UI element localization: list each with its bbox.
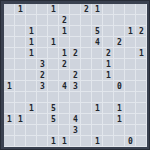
cell-r0c5-empty[interactable]: [59, 4, 70, 15]
cell-r10c8-empty[interactable]: [92, 114, 103, 125]
cell-r5c6-empty[interactable]: [70, 59, 81, 70]
cell-r9c11-empty[interactable]: [125, 103, 136, 114]
cell-r12c6-empty[interactable]: [70, 136, 81, 147]
cell-r6c1-empty[interactable]: [15, 70, 26, 81]
cell-r10c2-empty[interactable]: [26, 114, 37, 125]
cell-r4c5-clue[interactable]: 1: [59, 48, 70, 59]
puzzle-frame: 1121211512114211221321221134301511115413…: [0, 0, 150, 150]
cell-r2c4-empty[interactable]: [48, 26, 59, 37]
cell-r7c6-clue[interactable]: 3: [70, 81, 81, 92]
cell-r2c10-empty[interactable]: [114, 26, 125, 37]
cell-r4c9-clue[interactable]: 2: [103, 48, 114, 59]
cell-r11c8-empty[interactable]: [92, 125, 103, 136]
cell-r12c3-empty[interactable]: [37, 136, 48, 147]
cell-r2c6-empty[interactable]: [70, 26, 81, 37]
cell-r2c11-clue[interactable]: 1: [125, 26, 136, 37]
cell-r7c12-empty[interactable]: [136, 81, 147, 92]
cell-r4c2-clue[interactable]: 1: [26, 48, 37, 59]
cell-r5c9-clue[interactable]: 1: [103, 59, 114, 70]
cell-r11c12-empty[interactable]: [136, 125, 147, 136]
cell-r5c10-empty[interactable]: [114, 59, 125, 70]
cell-r8c4-empty[interactable]: [48, 92, 59, 103]
cell-r11c6-clue[interactable]: 3: [70, 125, 81, 136]
cell-r12c12-empty[interactable]: [136, 136, 147, 147]
cell-r3c10-clue[interactable]: 2: [114, 37, 125, 48]
cell-r1c6-empty[interactable]: [70, 15, 81, 26]
cell-r7c9-empty[interactable]: [103, 81, 114, 92]
cell-r1c9-empty[interactable]: [103, 15, 114, 26]
cell-r9c6-empty[interactable]: [70, 103, 81, 114]
cell-r0c4-clue[interactable]: 1: [48, 4, 59, 15]
cell-r5c1-empty[interactable]: [15, 59, 26, 70]
cell-r11c4-empty[interactable]: [48, 125, 59, 136]
cell-r4c10-empty[interactable]: [114, 48, 125, 59]
cell-r7c2-empty[interactable]: [26, 81, 37, 92]
cell-r6c12-empty[interactable]: [136, 70, 147, 81]
cell-r1c11-empty[interactable]: [125, 15, 136, 26]
cell-r10c10-clue[interactable]: 1: [114, 114, 125, 125]
cell-r8c0-empty[interactable]: [4, 92, 15, 103]
cell-r11c5-empty[interactable]: [59, 125, 70, 136]
cell-r12c9-empty[interactable]: [103, 136, 114, 147]
cell-r3c6-empty[interactable]: [70, 37, 81, 48]
cell-r9c3-empty[interactable]: [37, 103, 48, 114]
cell-r9c9-empty[interactable]: [103, 103, 114, 114]
cell-r8c1-empty[interactable]: [15, 92, 26, 103]
cell-r6c6-clue[interactable]: 2: [70, 70, 81, 81]
cell-r11c1-empty[interactable]: [15, 125, 26, 136]
cell-r5c11-empty[interactable]: [125, 59, 136, 70]
cell-r7c1-empty[interactable]: [15, 81, 26, 92]
cell-r0c3-empty[interactable]: [37, 4, 48, 15]
cell-r8c10-empty[interactable]: [114, 92, 125, 103]
cell-r2c1-empty[interactable]: [15, 26, 26, 37]
cell-r12c5-clue[interactable]: 1: [59, 136, 70, 147]
cell-r9c8-clue[interactable]: 1: [92, 103, 103, 114]
cell-r10c9-empty[interactable]: [103, 114, 114, 125]
cell-r3c1-empty[interactable]: [15, 37, 26, 48]
cell-r6c9-clue[interactable]: 1: [103, 70, 114, 81]
cell-r6c3-clue[interactable]: 2: [37, 70, 48, 81]
cell-r4c6-clue[interactable]: 2: [70, 48, 81, 59]
cell-r11c10-empty[interactable]: [114, 125, 125, 136]
cell-r6c10-empty[interactable]: [114, 70, 125, 81]
cell-r12c4-clue[interactable]: 1: [48, 136, 59, 147]
cell-r7c11-empty[interactable]: [125, 81, 136, 92]
cell-r11c3-empty[interactable]: [37, 125, 48, 136]
cell-r9c4-clue[interactable]: 5: [48, 103, 59, 114]
cell-r11c0-empty[interactable]: [4, 125, 15, 136]
cell-r1c3-empty[interactable]: [37, 15, 48, 26]
cell-r4c0-empty[interactable]: [4, 48, 15, 59]
cell-r8c7-empty[interactable]: [81, 92, 92, 103]
cell-r1c4-empty[interactable]: [48, 15, 59, 26]
cell-r2c0-empty[interactable]: [4, 26, 15, 37]
cell-r0c0-empty[interactable]: [4, 4, 15, 15]
cell-r3c0-empty[interactable]: [4, 37, 15, 48]
cell-r8c11-empty[interactable]: [125, 92, 136, 103]
cell-r6c0-empty[interactable]: [4, 70, 15, 81]
cell-r6c4-empty[interactable]: [48, 70, 59, 81]
cell-r10c0-clue[interactable]: 1: [4, 114, 15, 125]
cell-r5c2-empty[interactable]: [26, 59, 37, 70]
puzzle-board: 1121211512114211221321221134301511115413…: [4, 4, 147, 147]
cell-r8c3-empty[interactable]: [37, 92, 48, 103]
cell-r12c10-empty[interactable]: [114, 136, 125, 147]
cell-r3c5-empty[interactable]: [59, 37, 70, 48]
cell-r2c8-clue[interactable]: 5: [92, 26, 103, 37]
cell-r4c12-clue[interactable]: 1: [136, 48, 147, 59]
cell-r6c11-empty[interactable]: [125, 70, 136, 81]
cell-r2c12-clue[interactable]: 2: [136, 26, 147, 37]
cell-r9c2-clue[interactable]: 1: [26, 103, 37, 114]
cell-r3c8-clue[interactable]: 4: [92, 37, 103, 48]
cell-r2c7-empty[interactable]: [81, 26, 92, 37]
cell-r6c7-empty[interactable]: [81, 70, 92, 81]
cell-r11c2-empty[interactable]: [26, 125, 37, 136]
cell-r5c12-empty[interactable]: [136, 59, 147, 70]
cell-r7c4-empty[interactable]: [48, 81, 59, 92]
cell-r1c2-empty[interactable]: [26, 15, 37, 26]
cell-r8c5-empty[interactable]: [59, 92, 70, 103]
cell-r6c8-empty[interactable]: [92, 70, 103, 81]
cell-r0c10-empty[interactable]: [114, 4, 125, 15]
cell-r12c7-empty[interactable]: [81, 136, 92, 147]
cell-r10c11-empty[interactable]: [125, 114, 136, 125]
cell-r4c4-empty[interactable]: [48, 48, 59, 59]
cell-r12c0-empty[interactable]: [4, 136, 15, 147]
cell-r0c11-empty[interactable]: [125, 4, 136, 15]
cell-r7c0-clue[interactable]: 1: [4, 81, 15, 92]
cell-r10c6-clue[interactable]: 4: [70, 114, 81, 125]
cell-r8c8-empty[interactable]: [92, 92, 103, 103]
cell-r5c5-clue[interactable]: 2: [59, 59, 70, 70]
cell-r3c12-empty[interactable]: [136, 37, 147, 48]
cell-r4c7-empty[interactable]: [81, 48, 92, 59]
cell-r4c8-empty[interactable]: [92, 48, 103, 59]
cell-r9c12-empty[interactable]: [136, 103, 147, 114]
cell-r1c1-empty[interactable]: [15, 15, 26, 26]
cell-r5c3-clue[interactable]: 3: [37, 59, 48, 70]
cell-r7c3-clue[interactable]: 3: [37, 81, 48, 92]
cell-r3c2-clue[interactable]: 1: [26, 37, 37, 48]
cell-r10c4-clue[interactable]: 5: [48, 114, 59, 125]
cell-r9c0-empty[interactable]: [4, 103, 15, 114]
cell-r10c3-empty[interactable]: [37, 114, 48, 125]
cell-r8c2-empty[interactable]: [26, 92, 37, 103]
cell-r3c7-empty[interactable]: [81, 37, 92, 48]
cell-r0c9-empty[interactable]: [103, 4, 114, 15]
cell-r12c2-empty[interactable]: [26, 136, 37, 147]
cell-r12c11-clue[interactable]: 0: [125, 136, 136, 147]
cell-r7c8-empty[interactable]: [92, 81, 103, 92]
cell-r7c5-clue[interactable]: 4: [59, 81, 70, 92]
cell-r10c1-clue[interactable]: 1: [15, 114, 26, 125]
cell-r1c8-empty[interactable]: [92, 15, 103, 26]
cell-r11c9-empty[interactable]: [103, 125, 114, 136]
cell-r3c9-empty[interactable]: [103, 37, 114, 48]
cell-r8c12-empty[interactable]: [136, 92, 147, 103]
cell-r5c4-empty[interactable]: [48, 59, 59, 70]
cell-r7c10-clue[interactable]: 0: [114, 81, 125, 92]
cell-r0c7-clue[interactable]: 2: [81, 4, 92, 15]
cell-r9c5-empty[interactable]: [59, 103, 70, 114]
cell-r2c9-empty[interactable]: [103, 26, 114, 37]
cell-r3c4-clue[interactable]: 1: [48, 37, 59, 48]
cell-r10c7-empty[interactable]: [81, 114, 92, 125]
cell-r7c7-empty[interactable]: [81, 81, 92, 92]
cell-r2c2-clue[interactable]: 1: [26, 26, 37, 37]
cell-r5c0-empty[interactable]: [4, 59, 15, 70]
cell-r8c6-empty[interactable]: [70, 92, 81, 103]
cell-r4c1-empty[interactable]: [15, 48, 26, 59]
cell-r12c1-empty[interactable]: [15, 136, 26, 147]
cell-r3c3-empty[interactable]: [37, 37, 48, 48]
cell-r12c8-clue[interactable]: 1: [92, 136, 103, 147]
cell-r4c3-empty[interactable]: [37, 48, 48, 59]
cell-r10c5-empty[interactable]: [59, 114, 70, 125]
cell-r11c11-empty[interactable]: [125, 125, 136, 136]
cell-r1c12-empty[interactable]: [136, 15, 147, 26]
cell-r9c1-empty[interactable]: [15, 103, 26, 114]
cell-r9c10-clue[interactable]: 1: [114, 103, 125, 114]
cell-r3c11-empty[interactable]: [125, 37, 136, 48]
cell-r1c0-empty[interactable]: [4, 15, 15, 26]
cell-r5c7-empty[interactable]: [81, 59, 92, 70]
cell-r2c3-empty[interactable]: [37, 26, 48, 37]
cell-r9c7-empty[interactable]: [81, 103, 92, 114]
cell-r1c10-empty[interactable]: [114, 15, 125, 26]
cell-r0c2-empty[interactable]: [26, 4, 37, 15]
cell-r0c12-empty[interactable]: [136, 4, 147, 15]
cell-r11c7-empty[interactable]: [81, 125, 92, 136]
cell-r6c5-empty[interactable]: [59, 70, 70, 81]
cell-r0c8-clue[interactable]: 1: [92, 4, 103, 15]
cell-r4c11-empty[interactable]: [125, 48, 136, 59]
cell-r6c2-empty[interactable]: [26, 70, 37, 81]
cell-r0c1-clue[interactable]: 1: [15, 4, 26, 15]
cell-r5c8-empty[interactable]: [92, 59, 103, 70]
cell-r0c6-empty[interactable]: [70, 4, 81, 15]
cell-r8c9-empty[interactable]: [103, 92, 114, 103]
cell-r1c7-empty[interactable]: [81, 15, 92, 26]
cell-r1c5-clue[interactable]: 2: [59, 15, 70, 26]
cell-r2c5-clue[interactable]: 1: [59, 26, 70, 37]
cell-r10c12-empty[interactable]: [136, 114, 147, 125]
